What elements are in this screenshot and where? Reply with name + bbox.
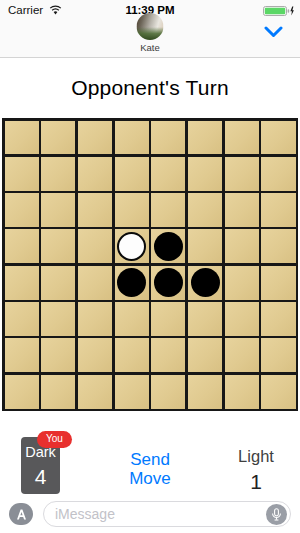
board-cell-h6[interactable] [261,302,295,336]
chevron-down-icon[interactable] [264,26,283,38]
board-cell-a6[interactable] [5,302,39,336]
board-cell-f7[interactable] [188,338,222,372]
imessage-field[interactable] [43,501,291,527]
board-cell-b6[interactable] [41,302,75,336]
board-cell-d3[interactable] [115,193,149,227]
board-cell-g2[interactable] [225,157,259,191]
board-cell-f2[interactable] [188,157,222,191]
dark-count: 4 [21,465,60,489]
board-cell-f5[interactable] [188,266,222,300]
board-cell-e3[interactable] [151,193,185,227]
board-cell-b3[interactable] [41,193,75,227]
board-cell-h2[interactable] [261,157,295,191]
board-cell-c7[interactable] [78,338,112,372]
imessage-apps-button[interactable] [9,503,33,525]
dark-disc [154,232,183,261]
board-cell-a3[interactable] [5,193,39,227]
board-cell-a1[interactable] [5,121,39,155]
light-label: Light [226,447,286,466]
board-cell-a8[interactable] [5,375,39,409]
board [2,118,298,411]
board-cell-c2[interactable] [78,157,112,191]
board-cell-b1[interactable] [41,121,75,155]
light-score-panel: Light 1 [226,447,286,494]
board-cell-d4[interactable] [115,229,149,263]
battery-icon [263,6,295,16]
board-cell-d2[interactable] [115,157,149,191]
board-cell-b8[interactable] [41,375,75,409]
board-cell-e4[interactable] [151,229,185,263]
board-cell-h4[interactable] [261,229,295,263]
microphone-button[interactable] [266,504,287,525]
board-cell-d6[interactable] [115,302,149,336]
board-cell-g4[interactable] [225,229,259,263]
you-badge: You [37,431,72,448]
contact-name: Kate [0,42,300,53]
board-cell-c4[interactable] [78,229,112,263]
board-cell-e1[interactable] [151,121,185,155]
contact-avatar[interactable] [137,13,164,40]
board-cell-d1[interactable] [115,121,149,155]
board-cell-h5[interactable] [261,266,295,300]
scoreboard: You Dark 4 Send Move Light 1 [0,411,300,495]
board-cell-g6[interactable] [225,302,259,336]
light-count: 1 [226,470,286,494]
board-cell-d8[interactable] [115,375,149,409]
board-cell-g5[interactable] [225,266,259,300]
send-move-button[interactable]: Send Move [118,450,182,488]
board-cell-a5[interactable] [5,266,39,300]
board-cell-a2[interactable] [5,157,39,191]
board-cell-a4[interactable] [5,229,39,263]
board-cell-b4[interactable] [41,229,75,263]
board-cell-b7[interactable] [41,338,75,372]
microphone-icon [271,508,282,521]
board-cell-f1[interactable] [188,121,222,155]
board-cell-c1[interactable] [78,121,112,155]
apps-a-icon [15,508,28,521]
board-cell-c5[interactable] [78,266,112,300]
board-cell-e5[interactable] [151,266,185,300]
board-cell-e6[interactable] [151,302,185,336]
board-cell-h1[interactable] [261,121,295,155]
dark-disc [117,268,146,297]
dark-disc [154,268,183,297]
board-cell-e8[interactable] [151,375,185,409]
board-cell-b5[interactable] [41,266,75,300]
board-cell-g3[interactable] [225,193,259,227]
board-cell-c6[interactable] [78,302,112,336]
board-cell-g8[interactable] [225,375,259,409]
board-cell-f3[interactable] [188,193,222,227]
board-cell-d7[interactable] [115,338,149,372]
board-cell-d5[interactable] [115,266,149,300]
board-cell-g7[interactable] [225,338,259,372]
board-cell-g1[interactable] [225,121,259,155]
board-cell-e7[interactable] [151,338,185,372]
imessage-input[interactable] [55,506,266,522]
conversation-header: Carrier 11:39 PM Kate [0,0,300,58]
board-cell-f8[interactable] [188,375,222,409]
board-cell-f6[interactable] [188,302,222,336]
board-cell-c3[interactable] [78,193,112,227]
turn-status-title: Opponent's Turn [0,58,300,118]
dark-disc [191,268,220,297]
board-cell-h8[interactable] [261,375,295,409]
board-cell-h7[interactable] [261,338,295,372]
board-cell-f4[interactable] [188,229,222,263]
board-cell-h3[interactable] [261,193,295,227]
board-cell-b2[interactable] [41,157,75,191]
board-cell-a7[interactable] [5,338,39,372]
board-cell-c8[interactable] [78,375,112,409]
message-compose-bar [0,495,300,533]
board-cell-e2[interactable] [151,157,185,191]
light-disc [117,232,146,261]
